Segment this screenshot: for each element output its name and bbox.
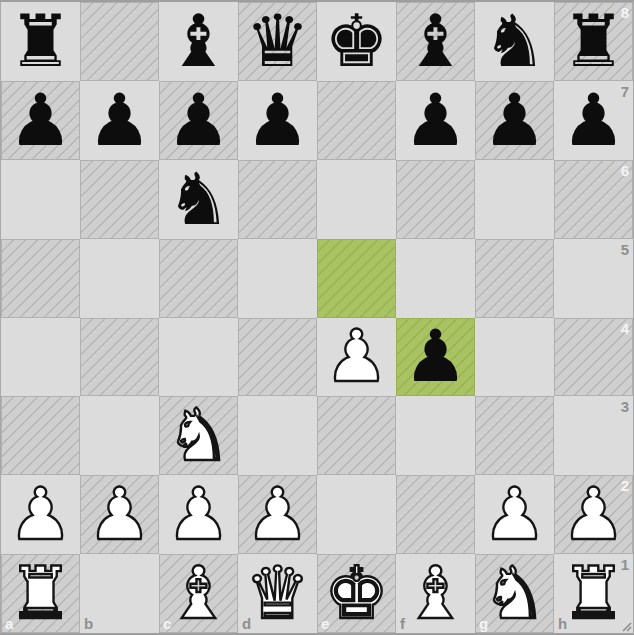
piece-white-bishop-c1[interactable]: ♝ — [159, 554, 238, 633]
square-d7[interactable]: ♟ — [238, 81, 317, 160]
piece-white-king-e1[interactable]: ♚ — [317, 554, 396, 633]
piece-black-king-e8[interactable]: ♚ — [317, 2, 396, 81]
piece-black-pawn-d7[interactable]: ♟ — [238, 81, 317, 160]
square-d1[interactable]: ♛d — [238, 554, 317, 633]
piece-black-pawn-c7[interactable]: ♟ — [159, 81, 238, 160]
square-b3[interactable] — [80, 396, 159, 475]
square-g6[interactable] — [475, 160, 554, 239]
piece-black-pawn-f4[interactable]: ♟ — [396, 318, 475, 397]
square-f6[interactable] — [396, 160, 475, 239]
piece-black-rook-a8[interactable]: ♜ — [1, 2, 80, 81]
square-c7[interactable]: ♟ — [159, 81, 238, 160]
square-b8[interactable] — [80, 2, 159, 81]
piece-white-knight-g1[interactable]: ♞ — [475, 554, 554, 633]
square-b6[interactable] — [80, 160, 159, 239]
coord-rank-3: 3 — [621, 399, 629, 414]
square-e8[interactable]: ♚ — [317, 2, 396, 81]
square-g5[interactable] — [475, 239, 554, 318]
piece-black-pawn-f7[interactable]: ♟ — [396, 81, 475, 160]
piece-white-pawn-e4[interactable]: ♟ — [317, 318, 396, 397]
square-e5[interactable] — [317, 239, 396, 318]
coord-rank-4: 4 — [621, 321, 629, 336]
square-e2[interactable] — [317, 475, 396, 554]
square-c6[interactable]: ♞ — [159, 160, 238, 239]
square-a1[interactable]: ♜a — [1, 554, 80, 633]
piece-white-pawn-d2[interactable]: ♟ — [238, 475, 317, 554]
square-h8[interactable]: ♜8 — [554, 2, 633, 81]
square-e6[interactable] — [317, 160, 396, 239]
square-f2[interactable] — [396, 475, 475, 554]
piece-black-pawn-a7[interactable]: ♟ — [1, 81, 80, 160]
piece-white-pawn-c2[interactable]: ♟ — [159, 475, 238, 554]
square-h5[interactable]: 5 — [554, 239, 633, 318]
square-c5[interactable] — [159, 239, 238, 318]
square-a5[interactable] — [1, 239, 80, 318]
square-b5[interactable] — [80, 239, 159, 318]
square-d4[interactable] — [238, 318, 317, 397]
piece-white-rook-a1[interactable]: ♜ — [1, 554, 80, 633]
square-e3[interactable] — [317, 396, 396, 475]
square-h2[interactable]: ♟2 — [554, 475, 633, 554]
coord-rank-5: 5 — [621, 242, 629, 257]
square-b1[interactable]: b — [80, 554, 159, 633]
piece-black-knight-g8[interactable]: ♞ — [475, 2, 554, 81]
square-d2[interactable]: ♟ — [238, 475, 317, 554]
piece-black-bishop-c8[interactable]: ♝ — [159, 2, 238, 81]
square-e7[interactable] — [317, 81, 396, 160]
square-d6[interactable] — [238, 160, 317, 239]
square-g3[interactable] — [475, 396, 554, 475]
square-f8[interactable]: ♝ — [396, 2, 475, 81]
chess-board-container: ♜♝♛♚♝♞♜8♟♟♟♟♟♟♟7♞65♟♟4♞3♟♟♟♟♟♟2♜ab♝c♛d♚e… — [0, 0, 634, 635]
square-d5[interactable] — [238, 239, 317, 318]
square-c2[interactable]: ♟ — [159, 475, 238, 554]
coord-file-b: b — [84, 616, 93, 631]
coord-rank-6: 6 — [621, 163, 629, 178]
square-c3[interactable]: ♞ — [159, 396, 238, 475]
square-g1[interactable]: ♞g — [475, 554, 554, 633]
square-f7[interactable]: ♟ — [396, 81, 475, 160]
chess-board: ♜♝♛♚♝♞♜8♟♟♟♟♟♟♟7♞65♟♟4♞3♟♟♟♟♟♟2♜ab♝c♛d♚e… — [1, 2, 633, 633]
piece-black-rook-h8[interactable]: ♜ — [554, 2, 633, 81]
square-b4[interactable] — [80, 318, 159, 397]
square-c1[interactable]: ♝c — [159, 554, 238, 633]
piece-white-pawn-a2[interactable]: ♟ — [1, 475, 80, 554]
square-c4[interactable] — [159, 318, 238, 397]
square-h3[interactable]: 3 — [554, 396, 633, 475]
square-a4[interactable] — [1, 318, 80, 397]
square-g7[interactable]: ♟ — [475, 81, 554, 160]
piece-white-pawn-h2[interactable]: ♟ — [554, 475, 633, 554]
piece-white-knight-c3[interactable]: ♞ — [159, 396, 238, 475]
piece-white-pawn-b2[interactable]: ♟ — [80, 475, 159, 554]
square-a3[interactable] — [1, 396, 80, 475]
square-e4[interactable]: ♟ — [317, 318, 396, 397]
square-g8[interactable]: ♞ — [475, 2, 554, 81]
square-a7[interactable]: ♟ — [1, 81, 80, 160]
square-e1[interactable]: ♚e — [317, 554, 396, 633]
square-h7[interactable]: ♟7 — [554, 81, 633, 160]
square-b7[interactable]: ♟ — [80, 81, 159, 160]
square-f4[interactable]: ♟ — [396, 318, 475, 397]
piece-white-queen-d1[interactable]: ♛ — [238, 554, 317, 633]
square-g4[interactable] — [475, 318, 554, 397]
square-g2[interactable]: ♟ — [475, 475, 554, 554]
square-a8[interactable]: ♜ — [1, 2, 80, 81]
square-a6[interactable] — [1, 160, 80, 239]
board-resize-handle-icon[interactable] — [618, 618, 632, 632]
square-b2[interactable]: ♟ — [80, 475, 159, 554]
square-f1[interactable]: ♝f — [396, 554, 475, 633]
piece-black-pawn-h7[interactable]: ♟ — [554, 81, 633, 160]
piece-black-bishop-f8[interactable]: ♝ — [396, 2, 475, 81]
square-a2[interactable]: ♟ — [1, 475, 80, 554]
piece-black-pawn-b7[interactable]: ♟ — [80, 81, 159, 160]
square-c8[interactable]: ♝ — [159, 2, 238, 81]
piece-white-pawn-g2[interactable]: ♟ — [475, 475, 554, 554]
square-d8[interactable]: ♛ — [238, 2, 317, 81]
square-f3[interactable] — [396, 396, 475, 475]
piece-black-queen-d8[interactable]: ♛ — [238, 2, 317, 81]
piece-black-knight-c6[interactable]: ♞ — [159, 160, 238, 239]
piece-black-pawn-g7[interactable]: ♟ — [475, 81, 554, 160]
square-f5[interactable] — [396, 239, 475, 318]
square-h6[interactable]: 6 — [554, 160, 633, 239]
square-h4[interactable]: 4 — [554, 318, 633, 397]
piece-white-bishop-f1[interactable]: ♝ — [396, 554, 475, 633]
square-d3[interactable] — [238, 396, 317, 475]
